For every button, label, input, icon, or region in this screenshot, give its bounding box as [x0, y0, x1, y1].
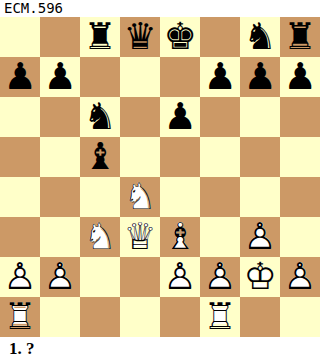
square-a2[interactable]: ♟♙ — [0, 257, 40, 297]
white-pawn-outline: ♙ — [200, 257, 240, 297]
square-d4[interactable]: ♞♘ — [120, 177, 160, 217]
square-h8[interactable]: ♜ — [280, 17, 320, 57]
square-c2[interactable] — [80, 257, 120, 297]
square-d6[interactable] — [120, 97, 160, 137]
white-pawn[interactable]: ♟♙ — [280, 257, 320, 297]
square-g8[interactable]: ♞ — [240, 17, 280, 57]
white-knight[interactable]: ♞♘ — [80, 217, 120, 257]
black-king[interactable]: ♚ — [160, 17, 200, 57]
white-bishop-outline: ♗ — [160, 217, 200, 257]
square-f3[interactable] — [200, 217, 240, 257]
square-d5[interactable] — [120, 137, 160, 177]
square-e8[interactable]: ♚ — [160, 17, 200, 57]
square-e6[interactable]: ♟ — [160, 97, 200, 137]
square-b4[interactable] — [40, 177, 80, 217]
square-c1[interactable] — [80, 297, 120, 337]
black-bishop[interactable]: ♝ — [80, 137, 120, 177]
white-pawn-outline: ♙ — [160, 257, 200, 297]
white-pawn[interactable]: ♟♙ — [160, 257, 200, 297]
white-pawn[interactable]: ♟♙ — [40, 257, 80, 297]
square-f6[interactable] — [200, 97, 240, 137]
square-f4[interactable] — [200, 177, 240, 217]
square-g2[interactable]: ♚♔ — [240, 257, 280, 297]
black-rook[interactable]: ♜ — [280, 17, 320, 57]
square-g6[interactable] — [240, 97, 280, 137]
square-h2[interactable]: ♟♙ — [280, 257, 320, 297]
square-d1[interactable] — [120, 297, 160, 337]
white-rook[interactable]: ♜♖ — [0, 297, 40, 337]
square-a1[interactable]: ♜♖ — [0, 297, 40, 337]
diagram-title: ECM.596 — [4, 0, 63, 17]
white-rook-outline: ♖ — [200, 297, 240, 337]
square-f5[interactable] — [200, 137, 240, 177]
black-pawn[interactable]: ♟ — [200, 57, 240, 97]
black-knight[interactable]: ♞ — [240, 17, 280, 57]
black-queen[interactable]: ♛ — [120, 17, 160, 57]
square-f7[interactable]: ♟ — [200, 57, 240, 97]
white-queen[interactable]: ♛♕ — [120, 217, 160, 257]
white-pawn[interactable]: ♟♙ — [0, 257, 40, 297]
white-knight[interactable]: ♞♘ — [120, 177, 160, 217]
square-c8[interactable]: ♜ — [80, 17, 120, 57]
white-knight-outline: ♘ — [120, 177, 160, 217]
square-c3[interactable]: ♞♘ — [80, 217, 120, 257]
square-a3[interactable] — [0, 217, 40, 257]
square-g1[interactable] — [240, 297, 280, 337]
square-f8[interactable] — [200, 17, 240, 57]
black-pawn[interactable]: ♟ — [160, 97, 200, 137]
white-pawn[interactable]: ♟♙ — [200, 257, 240, 297]
square-c7[interactable] — [80, 57, 120, 97]
square-h6[interactable] — [280, 97, 320, 137]
status-bar: 1. ? — [0, 337, 320, 360]
square-d3[interactable]: ♛♕ — [120, 217, 160, 257]
chess-program-window: ECM.596 ♜♛♚♞♜♟♟♟♟♟♞♟♝♞♘♞♘♛♕♝♗♟♙♟♙♟♙♟♙♟♙♚… — [0, 0, 320, 360]
black-pawn[interactable]: ♟ — [240, 57, 280, 97]
square-a4[interactable] — [0, 177, 40, 217]
square-b6[interactable] — [40, 97, 80, 137]
square-e3[interactable]: ♝♗ — [160, 217, 200, 257]
white-rook-outline: ♖ — [0, 297, 40, 337]
chess-board: ♜♛♚♞♜♟♟♟♟♟♞♟♝♞♘♞♘♛♕♝♗♟♙♟♙♟♙♟♙♟♙♚♔♟♙♜♖♜♖ — [0, 17, 320, 337]
square-g5[interactable] — [240, 137, 280, 177]
black-rook[interactable]: ♜ — [80, 17, 120, 57]
square-f2[interactable]: ♟♙ — [200, 257, 240, 297]
white-queen-outline: ♕ — [120, 217, 160, 257]
white-rook[interactable]: ♜♖ — [200, 297, 240, 337]
black-pawn[interactable]: ♟ — [40, 57, 80, 97]
square-h1[interactable] — [280, 297, 320, 337]
square-e1[interactable] — [160, 297, 200, 337]
square-c4[interactable] — [80, 177, 120, 217]
square-h3[interactable] — [280, 217, 320, 257]
white-pawn-outline: ♙ — [40, 257, 80, 297]
square-e4[interactable] — [160, 177, 200, 217]
square-b3[interactable] — [40, 217, 80, 257]
black-knight[interactable]: ♞ — [80, 97, 120, 137]
square-b8[interactable] — [40, 17, 80, 57]
black-pawn[interactable]: ♟ — [0, 57, 40, 97]
black-pawn[interactable]: ♟ — [280, 57, 320, 97]
white-pawn-outline: ♙ — [0, 257, 40, 297]
square-d8[interactable]: ♛ — [120, 17, 160, 57]
square-c6[interactable]: ♞ — [80, 97, 120, 137]
square-c5[interactable]: ♝ — [80, 137, 120, 177]
white-bishop[interactable]: ♝♗ — [160, 217, 200, 257]
white-pawn-outline: ♙ — [280, 257, 320, 297]
square-g3[interactable]: ♟♙ — [240, 217, 280, 257]
square-f1[interactable]: ♜♖ — [200, 297, 240, 337]
square-a8[interactable] — [0, 17, 40, 57]
white-pawn-outline: ♙ — [240, 217, 280, 257]
square-b1[interactable] — [40, 297, 80, 337]
white-king-outline: ♔ — [240, 257, 280, 297]
square-a7[interactable]: ♟ — [0, 57, 40, 97]
square-e2[interactable]: ♟♙ — [160, 257, 200, 297]
square-g4[interactable] — [240, 177, 280, 217]
square-b5[interactable] — [40, 137, 80, 177]
white-king[interactable]: ♚♔ — [240, 257, 280, 297]
square-e7[interactable] — [160, 57, 200, 97]
square-d7[interactable] — [120, 57, 160, 97]
square-d2[interactable] — [120, 257, 160, 297]
white-pawn[interactable]: ♟♙ — [240, 217, 280, 257]
square-h5[interactable] — [280, 137, 320, 177]
square-g7[interactable]: ♟ — [240, 57, 280, 97]
square-b2[interactable]: ♟♙ — [40, 257, 80, 297]
white-knight-outline: ♘ — [80, 217, 120, 257]
move-prompt: 1. ? — [9, 339, 35, 359]
square-e5[interactable] — [160, 137, 200, 177]
square-h7[interactable]: ♟ — [280, 57, 320, 97]
square-h4[interactable] — [280, 177, 320, 217]
square-a6[interactable] — [0, 97, 40, 137]
square-a5[interactable] — [0, 137, 40, 177]
square-b7[interactable]: ♟ — [40, 57, 80, 97]
